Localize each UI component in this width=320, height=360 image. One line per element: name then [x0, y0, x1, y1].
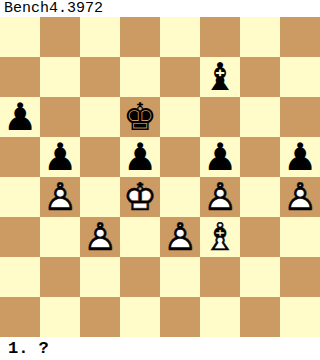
square-b3[interactable] [40, 217, 80, 257]
square-e3[interactable]: ♟♙ [160, 217, 200, 257]
square-h1[interactable] [280, 297, 320, 337]
white-piece-outline: ♔ [120, 177, 160, 217]
square-b6[interactable] [40, 97, 80, 137]
black-piece-glyph: ♟ [120, 137, 160, 177]
black-piece-glyph: ♟ [40, 137, 80, 177]
square-c6[interactable] [80, 97, 120, 137]
square-f6[interactable] [200, 97, 240, 137]
black-piece-glyph: ♝ [200, 57, 240, 97]
square-g4[interactable] [240, 177, 280, 217]
white-piece-outline: ♙ [200, 177, 240, 217]
white-pawn: ♟♙ [280, 177, 320, 217]
square-f1[interactable] [200, 297, 240, 337]
square-g8[interactable] [240, 17, 280, 57]
square-d7[interactable] [120, 57, 160, 97]
square-g5[interactable] [240, 137, 280, 177]
square-d4[interactable]: ♚♔ [120, 177, 160, 217]
square-h3[interactable] [280, 217, 320, 257]
square-h7[interactable] [280, 57, 320, 97]
black-piece-glyph: ♟ [0, 97, 40, 137]
white-piece-outline: ♙ [160, 217, 200, 257]
black-piece-glyph: ♟ [200, 137, 240, 177]
square-a6[interactable]: ♟ [0, 97, 40, 137]
square-h6[interactable] [280, 97, 320, 137]
square-g2[interactable] [240, 257, 280, 297]
white-pawn: ♟♙ [40, 177, 80, 217]
square-f4[interactable]: ♟♙ [200, 177, 240, 217]
square-d5[interactable]: ♟ [120, 137, 160, 177]
square-e4[interactable] [160, 177, 200, 217]
square-h5[interactable]: ♟ [280, 137, 320, 177]
black-king: ♚ [120, 97, 160, 137]
square-b1[interactable] [40, 297, 80, 337]
square-a3[interactable] [0, 217, 40, 257]
black-piece-glyph: ♚ [120, 97, 160, 137]
white-piece-outline: ♗ [200, 217, 240, 257]
black-bishop: ♝ [200, 57, 240, 97]
square-c4[interactable] [80, 177, 120, 217]
square-d3[interactable] [120, 217, 160, 257]
white-pawn: ♟♙ [160, 217, 200, 257]
square-c5[interactable] [80, 137, 120, 177]
square-e1[interactable] [160, 297, 200, 337]
square-a4[interactable] [0, 177, 40, 217]
square-f2[interactable] [200, 257, 240, 297]
square-e5[interactable] [160, 137, 200, 177]
square-a2[interactable] [0, 257, 40, 297]
square-d6[interactable]: ♚ [120, 97, 160, 137]
square-e8[interactable] [160, 17, 200, 57]
white-piece-outline: ♙ [40, 177, 80, 217]
square-b5[interactable]: ♟ [40, 137, 80, 177]
black-piece-glyph: ♟ [280, 137, 320, 177]
white-bishop: ♝♗ [200, 217, 240, 257]
square-h4[interactable]: ♟♙ [280, 177, 320, 217]
square-b4[interactable]: ♟♙ [40, 177, 80, 217]
square-h8[interactable] [280, 17, 320, 57]
square-g7[interactable] [240, 57, 280, 97]
square-f5[interactable]: ♟ [200, 137, 240, 177]
square-a5[interactable] [0, 137, 40, 177]
position-title: Bench4.3972 [0, 0, 320, 17]
square-a8[interactable] [0, 17, 40, 57]
white-king: ♚♔ [120, 177, 160, 217]
square-c7[interactable] [80, 57, 120, 97]
square-a1[interactable] [0, 297, 40, 337]
black-pawn: ♟ [200, 137, 240, 177]
square-d1[interactable] [120, 297, 160, 337]
square-c8[interactable] [80, 17, 120, 57]
square-c1[interactable] [80, 297, 120, 337]
white-pawn: ♟♙ [200, 177, 240, 217]
square-b8[interactable] [40, 17, 80, 57]
black-pawn: ♟ [280, 137, 320, 177]
black-pawn: ♟ [40, 137, 80, 177]
white-pawn: ♟♙ [80, 217, 120, 257]
square-f8[interactable] [200, 17, 240, 57]
square-a7[interactable] [0, 57, 40, 97]
square-f3[interactable]: ♝♗ [200, 217, 240, 257]
white-piece-outline: ♙ [80, 217, 120, 257]
square-d8[interactable] [120, 17, 160, 57]
square-e6[interactable] [160, 97, 200, 137]
square-e7[interactable] [160, 57, 200, 97]
square-f7[interactable]: ♝ [200, 57, 240, 97]
square-g1[interactable] [240, 297, 280, 337]
square-d2[interactable] [120, 257, 160, 297]
square-b2[interactable] [40, 257, 80, 297]
chess-board: ♝♟♚♟♟♟♟♟♙♚♔♟♙♟♙♟♙♟♙♝♗ [0, 17, 320, 337]
square-g3[interactable] [240, 217, 280, 257]
square-g6[interactable] [240, 97, 280, 137]
move-prompt: 1. ? [0, 337, 320, 360]
black-pawn: ♟ [120, 137, 160, 177]
square-c3[interactable]: ♟♙ [80, 217, 120, 257]
square-e2[interactable] [160, 257, 200, 297]
white-piece-outline: ♙ [280, 177, 320, 217]
square-h2[interactable] [280, 257, 320, 297]
square-b7[interactable] [40, 57, 80, 97]
black-pawn: ♟ [0, 97, 40, 137]
square-c2[interactable] [80, 257, 120, 297]
